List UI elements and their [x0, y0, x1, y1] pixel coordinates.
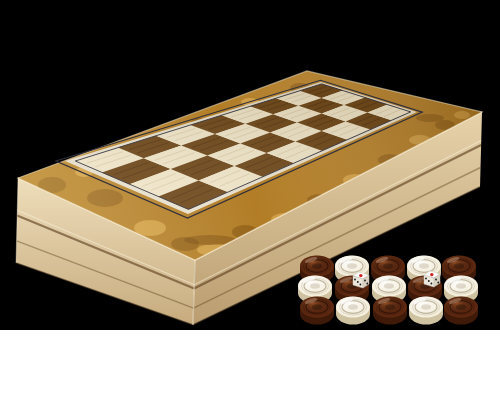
checker-dimple — [347, 263, 357, 269]
die-pip — [354, 279, 356, 281]
checker-dimple — [421, 304, 431, 310]
die-pip — [437, 282, 439, 284]
die-pip-red — [359, 274, 362, 277]
die-pip-red — [430, 273, 433, 276]
checker-dimple — [312, 304, 322, 310]
die-pip — [428, 280, 430, 282]
product-photo-canvas — [0, 0, 500, 400]
checker-dimple — [312, 263, 322, 269]
die-pip — [435, 279, 437, 281]
checker-dimple — [456, 283, 466, 289]
die-pip — [431, 283, 433, 285]
checker-dark — [300, 297, 334, 325]
die-pip — [364, 280, 366, 282]
die-pip — [425, 278, 427, 280]
checker-dimple — [385, 304, 395, 310]
game-case-scene — [0, 0, 500, 400]
checker-dimple — [348, 304, 358, 310]
checkers-and-dice-tray — [298, 256, 478, 325]
die — [353, 272, 369, 288]
die-pip — [360, 284, 362, 286]
die-pip — [357, 281, 359, 283]
die-pip — [366, 283, 368, 285]
checker-dimple — [456, 304, 466, 310]
checker-dark — [444, 297, 478, 325]
checker-light — [336, 297, 370, 325]
checker-dimple — [384, 283, 394, 289]
checker-light — [409, 297, 443, 325]
die — [424, 271, 440, 287]
checker-dimple — [454, 263, 464, 269]
checker-dimple — [419, 263, 429, 269]
checker-dimple — [310, 283, 320, 289]
checker-dimple — [383, 263, 393, 269]
checker-dark — [373, 297, 407, 325]
